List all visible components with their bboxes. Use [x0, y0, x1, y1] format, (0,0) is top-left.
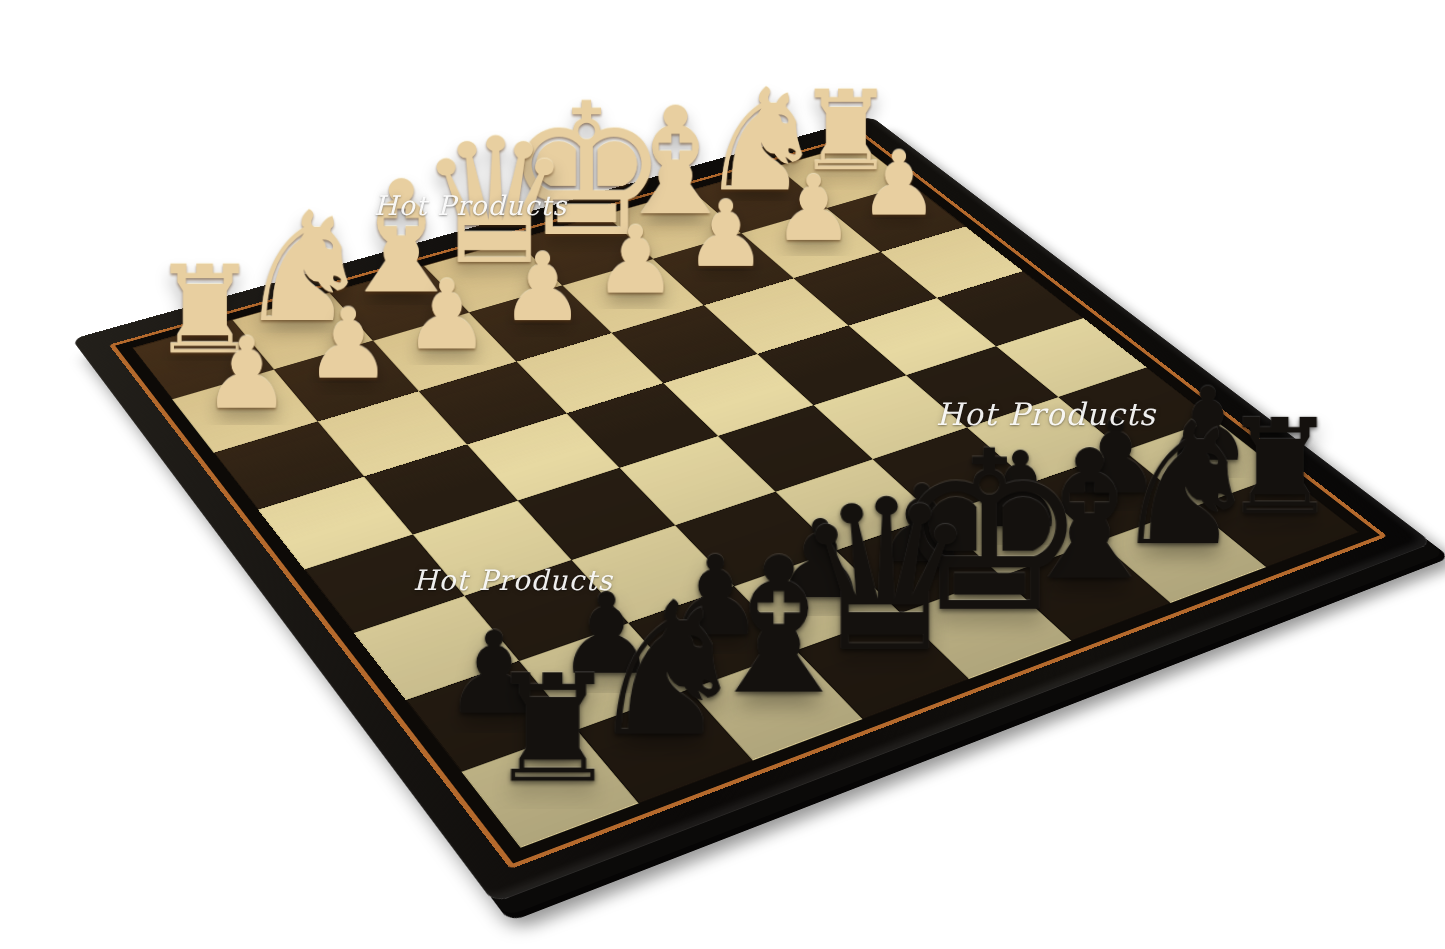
page: ♜♞♝♛♚♝♞♜♟♟♟♟♟♟♟♟♟♟♟♟♟♟♟♟♜♞♝♛♚♝♞♜ Hot Pro…	[0, 0, 1445, 949]
pinstripe-inlay: ♜♞♝♛♚♝♞♜♟♟♟♟♟♟♟♟♟♟♟♟♟♟♟♟♜♞♝♛♚♝♞♜	[109, 133, 1388, 869]
watermark: Hot Products	[374, 190, 567, 221]
chessboard-scene: ♜♞♝♛♚♝♞♜♟♟♟♟♟♟♟♟♟♟♟♟♟♟♟♟♜♞♝♛♚♝♞♜	[0, 0, 1445, 949]
square-a1: ♜	[462, 730, 639, 848]
watermark: Hot Products	[936, 396, 1156, 432]
square-a7: ♟	[172, 369, 318, 452]
white-pawn-glyph: ♟	[108, 326, 385, 420]
chess-board: ♜♞♝♛♚♝♞♜♟♟♟♟♟♟♟♟♟♟♟♟♟♟♟♟♜♞♝♛♚♝♞♜	[133, 143, 1359, 848]
watermark: Hot Products	[413, 564, 613, 597]
board-frame: ♜♞♝♛♚♝♞♜♟♟♟♟♟♟♟♟♟♟♟♟♟♟♟♟♜♞♝♛♚♝♞♜	[72, 116, 1433, 903]
black-rook-glyph: ♜	[388, 659, 717, 800]
